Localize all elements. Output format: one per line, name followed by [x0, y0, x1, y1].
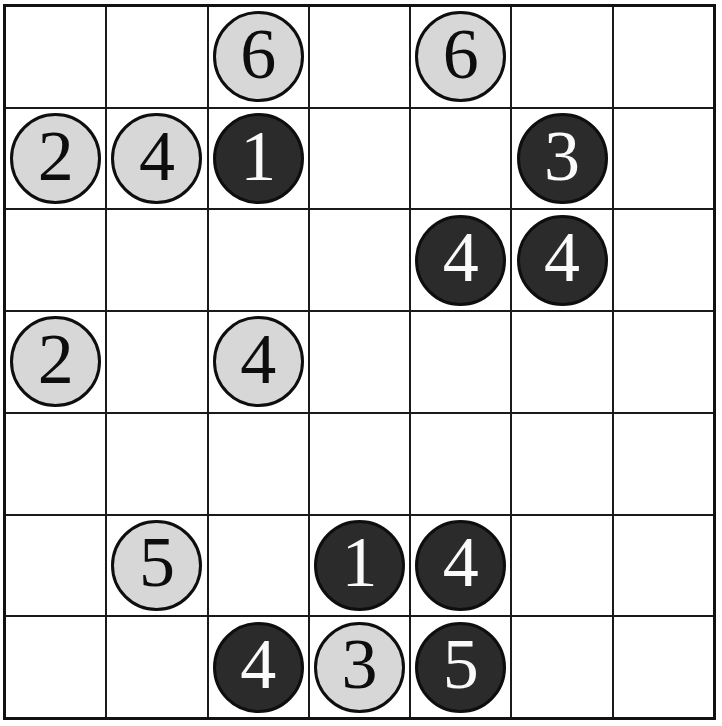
- cell-r1c1[interactable]: [6, 7, 105, 107]
- puzzle-board-wrapper: 6624134424514435: [3, 4, 716, 720]
- cell-r5c7[interactable]: [614, 414, 713, 514]
- cell-r7c5[interactable]: 5: [411, 617, 510, 717]
- black-circle-clue: 4: [517, 215, 608, 306]
- white-circle-clue: 5: [111, 520, 202, 611]
- white-circle-clue: 6: [213, 11, 304, 102]
- cell-r1c6[interactable]: [512, 7, 611, 107]
- cell-r6c1[interactable]: [6, 516, 105, 616]
- cell-r3c7[interactable]: [614, 210, 713, 310]
- cell-r4c4[interactable]: [310, 312, 409, 412]
- cell-r1c3[interactable]: 6: [209, 7, 308, 107]
- cell-r4c6[interactable]: [512, 312, 611, 412]
- black-circle-clue: 5: [415, 622, 506, 713]
- cell-r3c5[interactable]: 4: [411, 210, 510, 310]
- cell-r6c6[interactable]: [512, 516, 611, 616]
- cell-r7c6[interactable]: [512, 617, 611, 717]
- cell-r2c4[interactable]: [310, 109, 409, 209]
- black-circle-clue: 4: [213, 622, 304, 713]
- cell-r6c2[interactable]: 5: [107, 516, 206, 616]
- cell-r4c5[interactable]: [411, 312, 510, 412]
- cell-r1c7[interactable]: [614, 7, 713, 107]
- cell-r7c4[interactable]: 3: [310, 617, 409, 717]
- cell-r2c7[interactable]: [614, 109, 713, 209]
- cell-r6c4[interactable]: 1: [310, 516, 409, 616]
- white-circle-clue: 4: [111, 113, 202, 204]
- cell-r6c5[interactable]: 4: [411, 516, 510, 616]
- black-circle-clue: 1: [314, 520, 405, 611]
- cell-r6c7[interactable]: [614, 516, 713, 616]
- cell-r3c1[interactable]: [6, 210, 105, 310]
- cell-r4c1[interactable]: 2: [6, 312, 105, 412]
- cell-r5c5[interactable]: [411, 414, 510, 514]
- cell-r2c6[interactable]: 3: [512, 109, 611, 209]
- puzzle-board: 6624134424514435: [3, 4, 716, 720]
- cell-r7c1[interactable]: [6, 617, 105, 717]
- cell-r2c1[interactable]: 2: [6, 109, 105, 209]
- cell-r5c2[interactable]: [107, 414, 206, 514]
- cell-r1c2[interactable]: [107, 7, 206, 107]
- cell-r4c7[interactable]: [614, 312, 713, 412]
- cell-r2c5[interactable]: [411, 109, 510, 209]
- cell-r7c3[interactable]: 4: [209, 617, 308, 717]
- cell-r4c2[interactable]: [107, 312, 206, 412]
- cell-r3c6[interactable]: 4: [512, 210, 611, 310]
- black-circle-clue: 4: [415, 215, 506, 306]
- cell-r3c3[interactable]: [209, 210, 308, 310]
- cell-r1c5[interactable]: 6: [411, 7, 510, 107]
- white-circle-clue: 6: [415, 11, 506, 102]
- cell-r7c7[interactable]: [614, 617, 713, 717]
- black-circle-clue: 1: [213, 113, 304, 204]
- cell-r2c3[interactable]: 1: [209, 109, 308, 209]
- white-circle-clue: 2: [10, 113, 101, 204]
- cell-r5c6[interactable]: [512, 414, 611, 514]
- white-circle-clue: 4: [213, 316, 304, 407]
- cell-r4c3[interactable]: 4: [209, 312, 308, 412]
- cell-r5c3[interactable]: [209, 414, 308, 514]
- cell-r3c4[interactable]: [310, 210, 409, 310]
- black-circle-clue: 4: [415, 520, 506, 611]
- white-circle-clue: 3: [314, 622, 405, 713]
- cell-r5c1[interactable]: [6, 414, 105, 514]
- cell-r1c4[interactable]: [310, 7, 409, 107]
- cell-r6c3[interactable]: [209, 516, 308, 616]
- cell-r3c2[interactable]: [107, 210, 206, 310]
- cell-r7c2[interactable]: [107, 617, 206, 717]
- cell-r5c4[interactable]: [310, 414, 409, 514]
- black-circle-clue: 3: [517, 113, 608, 204]
- cell-r2c2[interactable]: 4: [107, 109, 206, 209]
- white-circle-clue: 2: [10, 316, 101, 407]
